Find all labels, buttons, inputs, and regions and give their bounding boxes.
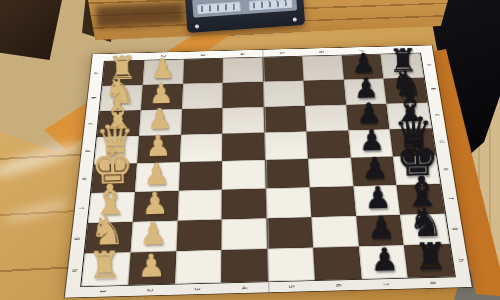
square-h3	[175, 250, 222, 284]
square-g2: ♟	[130, 220, 177, 252]
square-d1: ♛	[94, 136, 139, 164]
black-rook: ♜	[383, 44, 424, 77]
square-d7: ♟	[348, 130, 393, 158]
board-perspective-wrap: 12345678 12345678 abcdefgh abcdefgh ♜♟♟♜…	[0, 0, 500, 300]
square-a3	[183, 59, 223, 84]
square-b1: ♞	[100, 85, 143, 111]
square-h6	[313, 247, 362, 281]
square-c5	[264, 106, 307, 133]
square-c6	[305, 105, 348, 132]
square-b6	[303, 79, 345, 105]
square-e3	[178, 161, 222, 191]
white-pawn: ♟	[138, 105, 181, 134]
square-b5	[263, 81, 305, 107]
square-b7: ♟	[343, 78, 386, 104]
square-g6	[311, 216, 358, 248]
square-d2: ♟	[137, 135, 181, 163]
black-pawn: ♟	[355, 182, 400, 213]
square-a6	[302, 55, 344, 80]
square-c4	[222, 107, 264, 134]
square-h7: ♟	[358, 245, 408, 279]
square-f1: ♝	[88, 192, 135, 223]
square-c8: ♝	[387, 102, 432, 129]
square-a8: ♜	[381, 53, 424, 78]
square-b2: ♟	[141, 84, 183, 110]
square-e7: ♟	[350, 157, 396, 186]
white-pawn: ♟	[134, 159, 178, 190]
square-c1: ♝	[97, 110, 141, 137]
square-b3	[182, 83, 223, 109]
black-pawn: ♟	[352, 153, 396, 184]
square-e1: ♚	[91, 163, 137, 193]
square-c2: ♟	[139, 109, 182, 136]
square-f7: ♟	[353, 185, 400, 216]
square-g1: ♞	[85, 222, 133, 254]
square-b4	[223, 82, 264, 108]
square-h1: ♜	[81, 253, 130, 287]
square-g8: ♞	[400, 213, 449, 245]
square-h8: ♜	[404, 244, 455, 277]
black-pawn: ♟	[347, 99, 390, 128]
square-d4	[222, 133, 265, 161]
white-pawn: ♟	[136, 131, 179, 161]
square-a4	[223, 57, 263, 82]
square-e2: ♟	[135, 162, 180, 192]
white-pawn: ♟	[127, 250, 174, 283]
square-f4	[222, 188, 267, 219]
square-b8: ♞	[384, 77, 428, 103]
square-e6	[308, 158, 353, 187]
square-a5	[262, 56, 303, 81]
chess-board: 12345678 12345678 abcdefgh abcdefgh ♜♟♟♜…	[65, 45, 472, 297]
white-pawn: ♟	[142, 55, 183, 83]
white-pawn: ♟	[130, 218, 176, 250]
white-pawn: ♟	[132, 188, 177, 219]
square-c3	[181, 108, 223, 135]
white-rook: ♜	[102, 51, 143, 84]
square-f5	[266, 187, 311, 218]
square-e8: ♚	[393, 156, 440, 185]
square-e5	[265, 159, 309, 189]
square-g3	[176, 219, 222, 251]
square-f8: ♝	[397, 184, 445, 215]
board-squares: ♜♟♟♜♞♟♟♞♝♟♟♝♛♟♟♛♚♟♟♚♝♟♟♝♞♟♟♞♜♟♟♜	[80, 53, 456, 287]
square-g4	[222, 218, 268, 250]
square-h4	[221, 249, 268, 283]
square-h2: ♟	[128, 251, 176, 285]
black-pawn: ♟	[360, 244, 407, 277]
square-c7: ♟	[346, 103, 390, 130]
square-g5	[266, 217, 312, 249]
square-e4	[222, 160, 266, 190]
square-d6	[306, 131, 350, 159]
black-pawn: ♟	[350, 126, 393, 156]
square-a2: ♟	[142, 60, 183, 85]
square-h5	[267, 248, 314, 282]
square-g7: ♟	[356, 215, 404, 247]
square-a1: ♜	[102, 61, 144, 86]
square-a7: ♟	[341, 54, 383, 79]
square-f3	[177, 190, 222, 221]
square-f2: ♟	[133, 191, 179, 222]
chess-game-photo: 12345678 12345678 abcdefgh abcdefgh ♜♟♟♜…	[0, 0, 500, 300]
square-d8: ♛	[390, 128, 436, 156]
square-d5	[264, 132, 307, 160]
black-pawn: ♟	[357, 212, 403, 244]
square-d3	[180, 134, 223, 162]
square-f6	[309, 186, 355, 217]
black-pawn: ♟	[343, 49, 384, 77]
